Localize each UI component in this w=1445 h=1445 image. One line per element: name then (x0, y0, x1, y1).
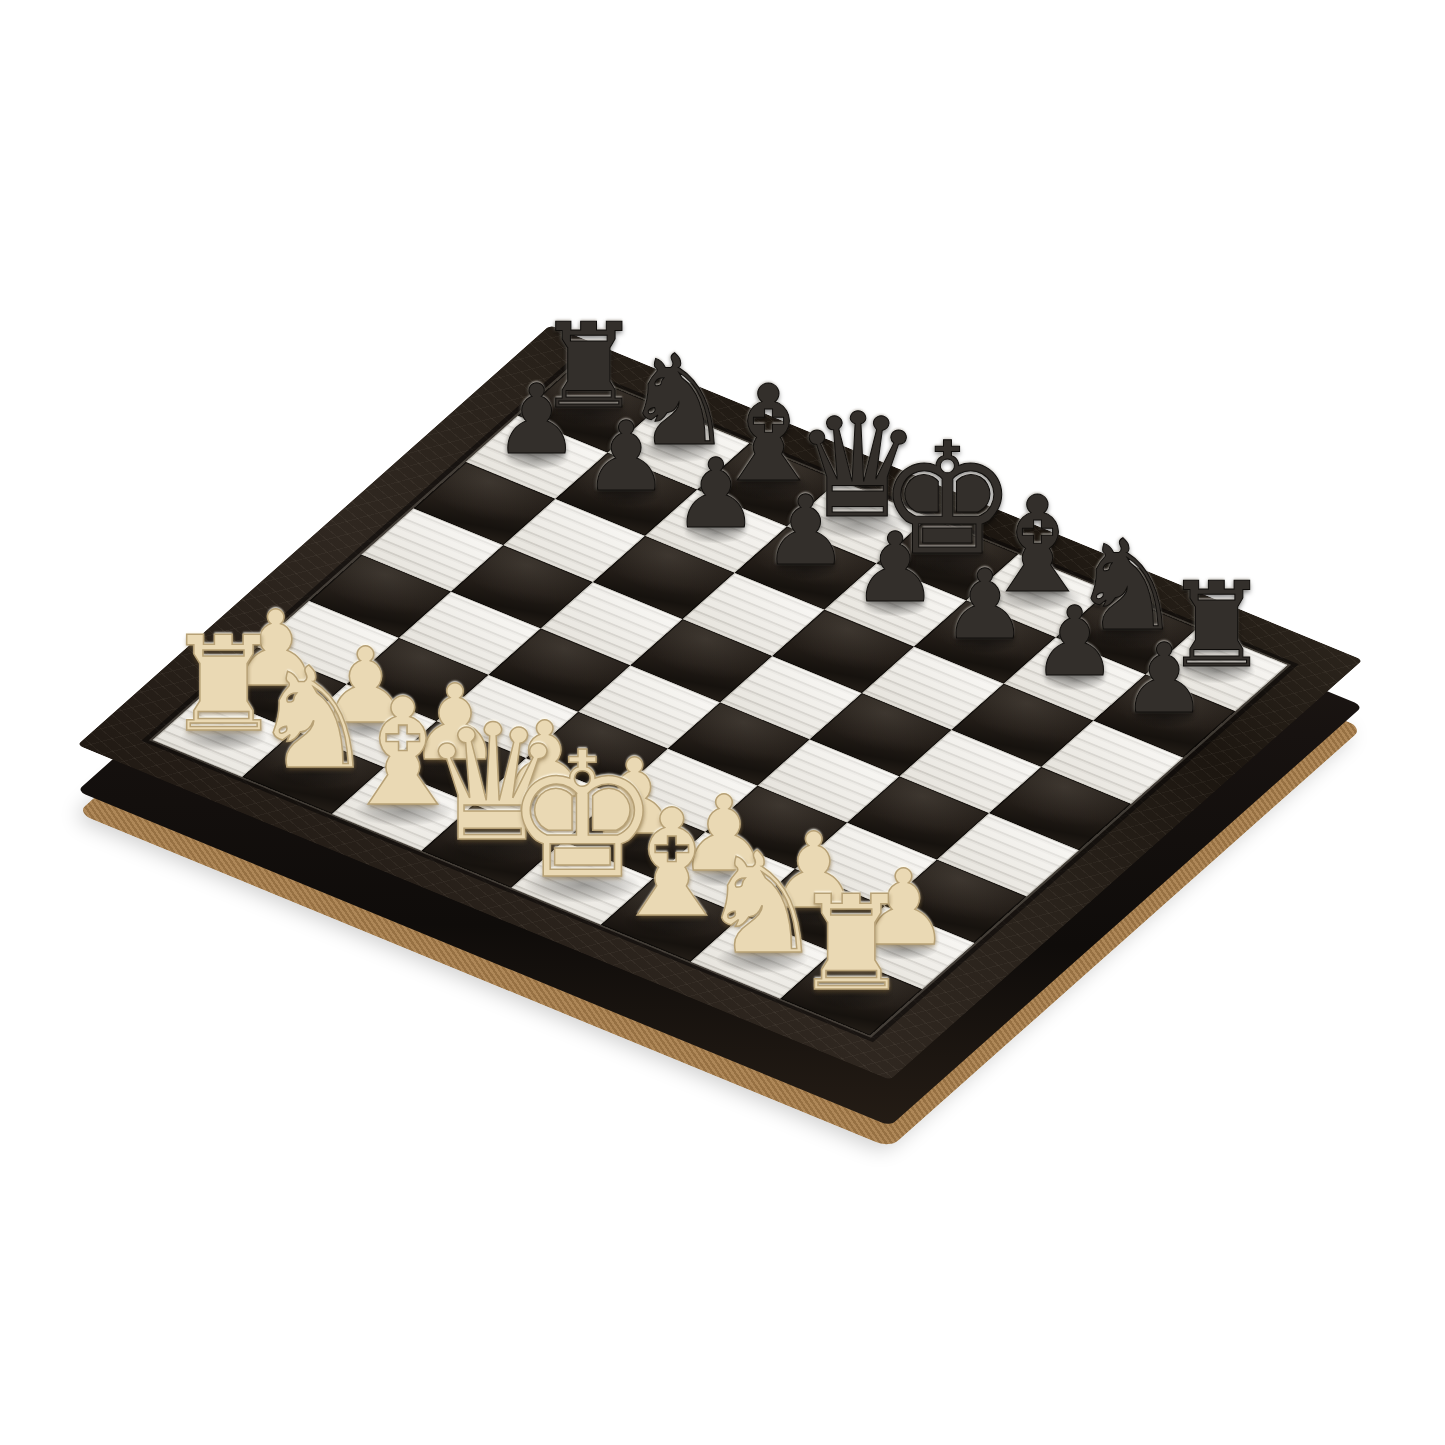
black-pawn-d7[interactable]: ♟ (762, 483, 848, 579)
pieces-layer: ♜♞♝♛♚♝♞♜♟♟♟♟♟♟♟♟♟♟♟♟♟♟♟♟♜♞♝♛♚♝♞♜ (0, 0, 1445, 1445)
black-pawn-h7[interactable]: ♟ (1121, 631, 1207, 727)
black-pawn-a7[interactable]: ♟ (493, 373, 579, 469)
black-pawn-g7[interactable]: ♟ (1031, 594, 1117, 690)
white-rook-h1[interactable]: ♜ (792, 878, 910, 1009)
black-pawn-c7[interactable]: ♟ (673, 447, 759, 543)
black-pawn-f7[interactable]: ♟ (942, 557, 1028, 653)
product-photo-stage: ♜♞♝♛♚♝♞♜♟♟♟♟♟♟♟♟♟♟♟♟♟♟♟♟♜♞♝♛♚♝♞♜ (0, 0, 1445, 1445)
black-pawn-b7[interactable]: ♟ (583, 410, 669, 506)
black-pawn-e7[interactable]: ♟ (852, 520, 938, 616)
